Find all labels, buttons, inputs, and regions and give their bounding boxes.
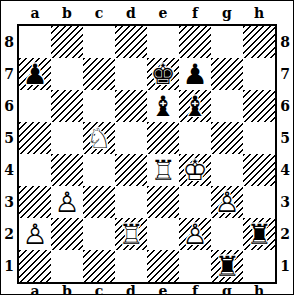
square-b1 [51,250,83,282]
piece-outline: ♙ [211,186,243,218]
rank-label-4: 4 [1,154,17,186]
file-label-e: e [147,284,179,294]
square-c8 [83,26,115,58]
square-a6 [19,90,51,122]
square-c2 [83,218,115,250]
square-c6 [83,90,115,122]
square-f6: ♝ [179,90,211,122]
piece-wN-c5: ♞♘ [83,122,115,154]
rank-label-3: 3 [277,186,293,218]
rank-label-5: 5 [1,122,17,154]
square-f7: ♟ [179,58,211,90]
square-d2: ♜♖ [115,218,147,250]
square-d8 [115,26,147,58]
file-labels-bottom: abcdefgh [19,284,293,294]
chess-diagram: abcdefgh 87654321 ♟♚♟♝♝♞♘♜♖♚♔♟♙♟♙♟♙♜♖♟♙♜… [0,0,294,295]
piece-outline: ♘ [83,122,115,154]
square-c7 [83,58,115,90]
rank-label-1: 1 [1,250,17,282]
square-f1 [179,250,211,282]
file-label-b: b [51,284,83,294]
file-label-d: d [115,284,147,294]
square-a7: ♟ [19,58,51,90]
square-a8 [19,26,51,58]
piece-wR-d2: ♜♖ [115,218,147,250]
piece-wP-g3: ♟♙ [211,186,243,218]
piece-outline: ♔ [179,154,211,186]
square-a5 [19,122,51,154]
piece-wP-a2: ♟♙ [19,218,51,250]
piece-outline: ♙ [51,186,83,218]
square-b2 [51,218,83,250]
square-e5 [147,122,179,154]
file-label-c: c [83,284,115,294]
rank-label-6: 6 [277,90,293,122]
square-g3: ♟♙ [211,186,243,218]
square-d1 [115,250,147,282]
piece-bR-h2: ♜ [243,218,275,250]
square-f2: ♟♙ [179,218,211,250]
square-h2: ♜ [243,218,275,250]
rank-label-1: 1 [277,250,293,282]
file-label-f: f [179,284,211,294]
rank-label-5: 5 [277,122,293,154]
file-label-g: g [211,284,243,294]
square-d7 [115,58,147,90]
square-a3 [19,186,51,218]
file-label-a: a [19,1,51,24]
piece-outline: ♙ [19,218,51,250]
file-label-h: h [243,1,275,24]
square-g1: ♜ [211,250,243,282]
square-b3: ♟♙ [51,186,83,218]
square-e3 [147,186,179,218]
square-h3 [243,186,275,218]
square-b4 [51,154,83,186]
piece-wR-e4: ♜♖ [147,154,179,186]
square-e2 [147,218,179,250]
file-label-f: f [179,1,211,24]
square-f5 [179,122,211,154]
square-d6 [115,90,147,122]
piece-bB-e6: ♝ [147,90,179,122]
file-label-c: c [83,1,115,24]
square-g2 [211,218,243,250]
rank-labels-left: 87654321 [1,24,17,284]
square-c5: ♞♘ [83,122,115,154]
piece-bP-f7: ♟ [179,58,211,90]
square-g6 [211,90,243,122]
file-labels-top: abcdefgh [19,1,293,24]
square-d4 [115,154,147,186]
square-e1 [147,250,179,282]
square-e8 [147,26,179,58]
square-h5 [243,122,275,154]
square-b6 [51,90,83,122]
square-h4 [243,154,275,186]
rank-label-2: 2 [1,218,17,250]
square-h8 [243,26,275,58]
square-h1 [243,250,275,282]
piece-outline: ♙ [179,218,211,250]
square-g8 [211,26,243,58]
square-g4 [211,154,243,186]
square-c1 [83,250,115,282]
file-label-a: a [19,284,51,294]
square-g7 [211,58,243,90]
square-e4: ♜♖ [147,154,179,186]
square-b8 [51,26,83,58]
piece-wP-f2: ♟♙ [179,218,211,250]
square-c4 [83,154,115,186]
square-d3 [115,186,147,218]
rank-label-8: 8 [1,26,17,58]
piece-wP-b3: ♟♙ [51,186,83,218]
rank-label-7: 7 [277,58,293,90]
file-label-e: e [147,1,179,24]
piece-bK-e7: ♚ [147,58,179,90]
square-h6 [243,90,275,122]
file-label-h: h [243,284,275,294]
piece-bB-f6: ♝ [179,90,211,122]
square-g5 [211,122,243,154]
square-d5 [115,122,147,154]
square-c3 [83,186,115,218]
file-label-b: b [51,1,83,24]
piece-bP-a7: ♟ [19,58,51,90]
rank-label-6: 6 [1,90,17,122]
square-a1 [19,250,51,282]
chess-board: ♟♚♟♝♝♞♘♜♖♚♔♟♙♟♙♟♙♜♖♟♙♜♜ [17,24,277,284]
square-e6: ♝ [147,90,179,122]
rank-labels-right: 87654321 [277,24,293,284]
piece-wK-f4: ♚♔ [179,154,211,186]
square-f4: ♚♔ [179,154,211,186]
rank-label-4: 4 [277,154,293,186]
square-a2: ♟♙ [19,218,51,250]
file-label-g: g [211,1,243,24]
rank-label-8: 8 [277,26,293,58]
square-a4 [19,154,51,186]
rank-label-3: 3 [1,186,17,218]
square-f3 [179,186,211,218]
rank-label-2: 2 [277,218,293,250]
piece-outline: ♖ [115,218,147,250]
piece-outline: ♖ [147,154,179,186]
square-b7 [51,58,83,90]
rank-label-7: 7 [1,58,17,90]
square-f8 [179,26,211,58]
square-e7: ♚ [147,58,179,90]
piece-bR-g1: ♜ [211,250,243,282]
square-h7 [243,58,275,90]
file-label-d: d [115,1,147,24]
square-b5 [51,122,83,154]
